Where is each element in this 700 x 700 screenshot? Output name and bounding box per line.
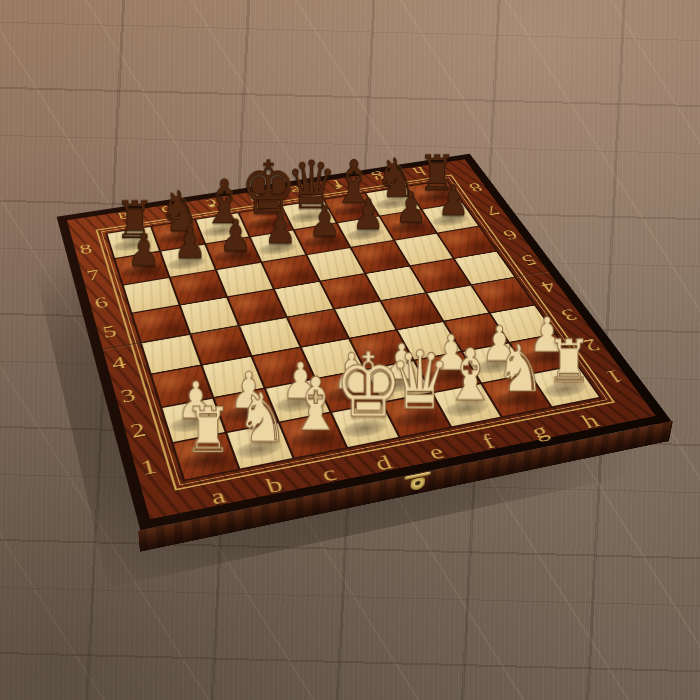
chess-board: abcdefgh abcdefgh 87654321 87654321 ♜♞♝♚… — [57, 154, 672, 530]
latch-pendant — [410, 477, 425, 492]
board-perspective: abcdefgh abcdefgh 87654321 87654321 ♜♞♝♚… — [0, 0, 700, 700]
white-rook-a1[interactable]: ♜ — [164, 399, 252, 462]
table-surface: abcdefgh abcdefgh 87654321 87654321 ♜♞♝♚… — [0, 0, 700, 700]
black-pawn-a7[interactable]: ♟ — [106, 228, 180, 272]
